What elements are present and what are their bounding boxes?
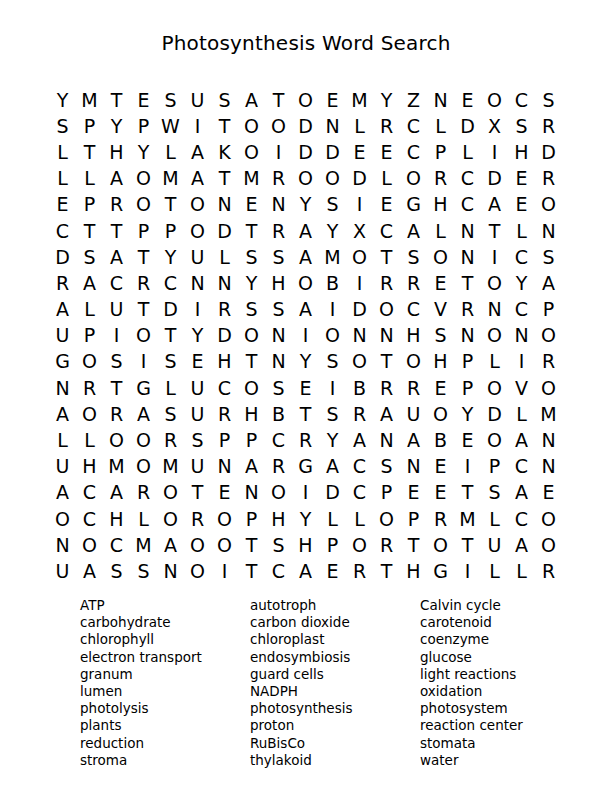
grid-cell-r13c3: R — [103, 401, 130, 427]
word-list-item: autotroph — [250, 597, 420, 614]
grid-cell-r1c12: M — [346, 87, 373, 113]
grid-cell-r13c16: Y — [454, 401, 481, 427]
grid-cell-r7c14: S — [400, 244, 427, 270]
grid-cell-r15c11: A — [319, 454, 346, 480]
grid-cell-r12c15: E — [427, 375, 454, 401]
grid-cell-r11c14: O — [400, 349, 427, 375]
grid-cell-r11c18: I — [508, 349, 535, 375]
grid-cell-r7c1: D — [49, 244, 76, 270]
grid-cell-r5c3: R — [103, 192, 130, 218]
grid-cell-r2c1: S — [49, 113, 76, 139]
grid-cell-r15c10: G — [292, 454, 319, 480]
grid-cell-r18c5: A — [157, 532, 184, 558]
grid-cell-r18c12: O — [346, 532, 373, 558]
grid-cell-r4c19: R — [535, 166, 562, 192]
grid-cell-r19c5: N — [157, 558, 184, 584]
grid-cell-r6c3: T — [103, 218, 130, 244]
grid-cell-r9c16: R — [454, 297, 481, 323]
grid-cell-r18c9: S — [265, 532, 292, 558]
grid-cell-r1c9: T — [265, 87, 292, 113]
grid-cell-r12c14: R — [400, 375, 427, 401]
grid-cell-r3c5: L — [157, 139, 184, 165]
grid-cell-r8c18: Y — [508, 270, 535, 296]
grid-cell-r12c9: S — [265, 375, 292, 401]
grid-cell-r15c4: O — [130, 454, 157, 480]
grid-cell-r3c8: O — [238, 139, 265, 165]
grid-cell-r14c19: N — [535, 427, 562, 453]
word-list-item: photosynthesis — [250, 700, 420, 717]
grid-cell-r19c2: A — [76, 558, 103, 584]
grid-cell-r8c11: B — [319, 270, 346, 296]
grid-cell-r7c16: N — [454, 244, 481, 270]
grid-cell-r8c5: C — [157, 270, 184, 296]
grid-cell-r19c9: C — [265, 558, 292, 584]
grid-cell-r17c16: M — [454, 506, 481, 532]
grid-cell-r5c4: O — [130, 192, 157, 218]
grid-cell-r3c9: I — [265, 139, 292, 165]
grid-cell-r3c17: I — [481, 139, 508, 165]
grid-cell-r12c7: C — [211, 375, 238, 401]
page-title: Photosynthesis Word Search — [0, 31, 612, 55]
grid-cell-r17c11: L — [319, 506, 346, 532]
grid-cell-r10c14: H — [400, 323, 427, 349]
grid-cell-r7c10: A — [292, 244, 319, 270]
grid-cell-r9c6: I — [184, 297, 211, 323]
grid-cell-r14c2: L — [76, 427, 103, 453]
grid-cell-r3c15: P — [427, 139, 454, 165]
grid-cell-r2c14: C — [400, 113, 427, 139]
grid-cell-r7c7: L — [211, 244, 238, 270]
grid-cell-r19c17: L — [481, 558, 508, 584]
grid-cell-r4c9: R — [265, 166, 292, 192]
grid-cell-r9c8: S — [238, 297, 265, 323]
grid-cell-r12c13: R — [373, 375, 400, 401]
grid-cell-r8c3: C — [103, 270, 130, 296]
grid-cell-r16c1: A — [49, 480, 76, 506]
grid-cell-r10c4: O — [130, 323, 157, 349]
grid-cell-r5c8: E — [238, 192, 265, 218]
grid-cell-r11c3: S — [103, 349, 130, 375]
word-list-item: thylakoid — [250, 752, 420, 769]
grid-cell-r15c12: C — [346, 454, 373, 480]
grid-cell-r3c12: E — [346, 139, 373, 165]
grid-cell-r9c19: P — [535, 297, 562, 323]
grid-cell-r8c14: R — [400, 270, 427, 296]
grid-cell-r18c14: T — [400, 532, 427, 558]
grid-cell-r2c12: L — [346, 113, 373, 139]
word-list-item: carbohydrate — [80, 614, 250, 631]
grid-cell-r15c5: M — [157, 454, 184, 480]
word-list-item: oxidation — [420, 683, 590, 700]
grid-cell-r17c13: O — [373, 506, 400, 532]
grid-cell-r18c1: N — [49, 532, 76, 558]
grid-cell-r19c18: L — [508, 558, 535, 584]
grid-cell-r1c15: N — [427, 87, 454, 113]
grid-cell-r16c18: A — [508, 480, 535, 506]
grid-cell-r19c19: R — [535, 558, 562, 584]
grid-cell-r19c16: I — [454, 558, 481, 584]
grid-cell-r17c6: R — [184, 506, 211, 532]
grid-cell-r18c16: T — [454, 532, 481, 558]
grid-cell-r13c2: O — [76, 401, 103, 427]
grid-cell-r17c18: C — [508, 506, 535, 532]
grid-cell-r13c13: A — [373, 401, 400, 427]
grid-cell-r2c4: P — [130, 113, 157, 139]
grid-cell-r19c12: R — [346, 558, 373, 584]
word-search-grid: YMTESUSATOEMYZNEOCSSPYPWITOODNLRCLDXSRLT… — [49, 87, 562, 585]
grid-cell-r12c2: R — [76, 375, 103, 401]
grid-cell-r6c9: R — [265, 218, 292, 244]
grid-cell-r19c14: H — [400, 558, 427, 584]
grid-cell-r6c12: X — [346, 218, 373, 244]
grid-cell-r6c15: L — [427, 218, 454, 244]
grid-cell-r15c17: P — [481, 454, 508, 480]
grid-cell-r17c3: H — [103, 506, 130, 532]
grid-cell-r4c8: M — [238, 166, 265, 192]
grid-cell-r12c17: O — [481, 375, 508, 401]
grid-cell-r2c6: I — [184, 113, 211, 139]
grid-cell-r15c2: H — [76, 454, 103, 480]
grid-cell-r2c2: P — [76, 113, 103, 139]
grid-cell-r7c12: O — [346, 244, 373, 270]
grid-cell-r11c1: G — [49, 349, 76, 375]
grid-cell-r15c19: N — [535, 454, 562, 480]
grid-cell-r1c17: O — [481, 87, 508, 113]
grid-cell-r9c10: A — [292, 297, 319, 323]
grid-cell-r19c6: O — [184, 558, 211, 584]
grid-cell-r12c4: G — [130, 375, 157, 401]
grid-cell-r17c9: H — [265, 506, 292, 532]
grid-cell-r4c3: A — [103, 166, 130, 192]
grid-cell-r13c9: B — [265, 401, 292, 427]
grid-cell-r5c6: O — [184, 192, 211, 218]
grid-cell-r7c2: S — [76, 244, 103, 270]
grid-cell-r9c14: C — [400, 297, 427, 323]
grid-cell-r9c13: O — [373, 297, 400, 323]
grid-cell-r6c16: N — [454, 218, 481, 244]
grid-cell-r7c18: C — [508, 244, 535, 270]
grid-cell-r3c10: D — [292, 139, 319, 165]
grid-cell-r18c10: H — [292, 532, 319, 558]
word-list-item: reduction — [80, 735, 250, 752]
grid-cell-r14c4: O — [130, 427, 157, 453]
grid-cell-r6c8: T — [238, 218, 265, 244]
grid-cell-r10c8: O — [238, 323, 265, 349]
grid-cell-r18c2: O — [76, 532, 103, 558]
grid-cell-r6c2: T — [76, 218, 103, 244]
grid-cell-r1c4: E — [130, 87, 157, 113]
grid-cell-r18c8: T — [238, 532, 265, 558]
grid-cell-r4c2: L — [76, 166, 103, 192]
grid-cell-r2c19: R — [535, 113, 562, 139]
grid-cell-r15c9: R — [265, 454, 292, 480]
word-list-item: electron transport — [80, 649, 250, 666]
grid-cell-r6c7: D — [211, 218, 238, 244]
grid-cell-r15c1: U — [49, 454, 76, 480]
grid-cell-r16c14: E — [400, 480, 427, 506]
word-list-item: granum — [80, 666, 250, 683]
grid-cell-r9c12: D — [346, 297, 373, 323]
grid-cell-r19c13: T — [373, 558, 400, 584]
grid-cell-r2c18: S — [508, 113, 535, 139]
grid-cell-r5c19: O — [535, 192, 562, 218]
grid-cell-r13c5: S — [157, 401, 184, 427]
word-list-item: plants — [80, 717, 250, 734]
grid-cell-r17c2: C — [76, 506, 103, 532]
grid-cell-r1c8: A — [238, 87, 265, 113]
grid-cell-r15c13: S — [373, 454, 400, 480]
grid-cell-r8c9: H — [265, 270, 292, 296]
grid-cell-r14c12: A — [346, 427, 373, 453]
grid-cell-r15c18: C — [508, 454, 535, 480]
grid-cell-r13c19: M — [535, 401, 562, 427]
grid-cell-r5c9: N — [265, 192, 292, 218]
word-list-item: stroma — [80, 752, 250, 769]
grid-cell-r19c15: G — [427, 558, 454, 584]
grid-cell-r11c2: O — [76, 349, 103, 375]
grid-cell-r13c15: O — [427, 401, 454, 427]
grid-cell-r6c5: P — [157, 218, 184, 244]
grid-cell-r1c19: S — [535, 87, 562, 113]
grid-cell-r6c14: A — [400, 218, 427, 244]
grid-cell-r16c5: O — [157, 480, 184, 506]
grid-cell-r9c4: T — [130, 297, 157, 323]
grid-cell-r15c3: M — [103, 454, 130, 480]
grid-cell-r5c10: Y — [292, 192, 319, 218]
grid-cell-r4c15: R — [427, 166, 454, 192]
grid-cell-r17c10: Y — [292, 506, 319, 532]
grid-cell-r4c1: L — [49, 166, 76, 192]
grid-cell-r16c11: D — [319, 480, 346, 506]
grid-cell-r4c16: C — [454, 166, 481, 192]
grid-cell-r18c4: M — [130, 532, 157, 558]
grid-cell-r8c16: T — [454, 270, 481, 296]
grid-cell-r12c3: T — [103, 375, 130, 401]
grid-cell-r8c15: E — [427, 270, 454, 296]
grid-cell-r17c4: L — [130, 506, 157, 532]
grid-cell-r8c19: A — [535, 270, 562, 296]
grid-cell-r10c17: O — [481, 323, 508, 349]
grid-cell-r4c14: O — [400, 166, 427, 192]
grid-cell-r16c7: E — [211, 480, 238, 506]
grid-cell-r16c6: T — [184, 480, 211, 506]
grid-cell-r18c3: C — [103, 532, 130, 558]
grid-cell-r16c12: C — [346, 480, 373, 506]
grid-cell-r19c7: I — [211, 558, 238, 584]
grid-cell-r4c7: T — [211, 166, 238, 192]
grid-cell-r11c9: N — [265, 349, 292, 375]
grid-cell-r9c9: S — [265, 297, 292, 323]
grid-cell-r1c2: M — [76, 87, 103, 113]
grid-cell-r8c17: O — [481, 270, 508, 296]
grid-cell-r18c19: O — [535, 532, 562, 558]
grid-cell-r10c1: U — [49, 323, 76, 349]
word-list-item: water — [420, 752, 590, 769]
grid-cell-r9c18: C — [508, 297, 535, 323]
grid-cell-r18c17: U — [481, 532, 508, 558]
grid-cell-r3c6: A — [184, 139, 211, 165]
word-list-item: endosymbiosis — [250, 649, 420, 666]
grid-cell-r1c5: S — [157, 87, 184, 113]
grid-cell-r14c13: N — [373, 427, 400, 453]
grid-cell-r13c8: H — [238, 401, 265, 427]
grid-cell-r10c18: N — [508, 323, 535, 349]
grid-cell-r10c16: N — [454, 323, 481, 349]
word-list-item: chloroplast — [250, 631, 420, 648]
grid-cell-r7c19: S — [535, 244, 562, 270]
grid-cell-r13c14: U — [400, 401, 427, 427]
grid-cell-r15c16: I — [454, 454, 481, 480]
grid-cell-r10c9: N — [265, 323, 292, 349]
grid-cell-r6c10: A — [292, 218, 319, 244]
grid-cell-r14c9: C — [265, 427, 292, 453]
grid-cell-r17c12: L — [346, 506, 373, 532]
grid-cell-r17c1: O — [49, 506, 76, 532]
grid-cell-r8c1: R — [49, 270, 76, 296]
grid-cell-r5c17: A — [481, 192, 508, 218]
grid-cell-r12c12: B — [346, 375, 373, 401]
grid-cell-r5c15: H — [427, 192, 454, 218]
grid-cell-r10c15: S — [427, 323, 454, 349]
grid-cell-r4c11: O — [319, 166, 346, 192]
grid-cell-r12c16: P — [454, 375, 481, 401]
grid-cell-r10c3: I — [103, 323, 130, 349]
grid-cell-r11c12: O — [346, 349, 373, 375]
grid-cell-r16c19: E — [535, 480, 562, 506]
grid-cell-r2c10: D — [292, 113, 319, 139]
grid-cell-r1c16: E — [454, 87, 481, 113]
grid-cell-r9c3: U — [103, 297, 130, 323]
grid-cell-r5c11: S — [319, 192, 346, 218]
grid-cell-r18c18: A — [508, 532, 535, 558]
grid-cell-r16c4: R — [130, 480, 157, 506]
grid-cell-r12c1: N — [49, 375, 76, 401]
grid-cell-r16c9: O — [265, 480, 292, 506]
grid-cell-r7c13: T — [373, 244, 400, 270]
word-list-item: Calvin cycle — [420, 597, 590, 614]
grid-cell-r9c11: I — [319, 297, 346, 323]
grid-cell-r19c10: A — [292, 558, 319, 584]
grid-cell-r6c13: C — [373, 218, 400, 244]
word-list-item: stomata — [420, 735, 590, 752]
grid-cell-r4c18: E — [508, 166, 535, 192]
grid-cell-r11c6: E — [184, 349, 211, 375]
grid-cell-r11c4: I — [130, 349, 157, 375]
grid-cell-r1c14: Z — [400, 87, 427, 113]
grid-cell-r15c7: N — [211, 454, 238, 480]
grid-cell-r17c19: O — [535, 506, 562, 532]
grid-cell-r13c7: R — [211, 401, 238, 427]
grid-cell-r10c12: N — [346, 323, 373, 349]
grid-cell-r14c8: P — [238, 427, 265, 453]
word-list: ATPcarbohydratechlorophyllelectron trans… — [80, 597, 590, 769]
grid-cell-r1c7: S — [211, 87, 238, 113]
grid-cell-r16c8: N — [238, 480, 265, 506]
grid-cell-r8c4: R — [130, 270, 157, 296]
grid-cell-r13c18: L — [508, 401, 535, 427]
word-list-item: NADPH — [250, 683, 420, 700]
grid-cell-r18c15: O — [427, 532, 454, 558]
grid-cell-r3c11: D — [319, 139, 346, 165]
word-list-item: photosystem — [420, 700, 590, 717]
grid-cell-r11c10: Y — [292, 349, 319, 375]
grid-cell-r14c5: R — [157, 427, 184, 453]
grid-cell-r5c16: C — [454, 192, 481, 218]
grid-cell-r8c7: N — [211, 270, 238, 296]
grid-cell-r1c13: Y — [373, 87, 400, 113]
grid-cell-r3c13: E — [373, 139, 400, 165]
grid-cell-r9c17: N — [481, 297, 508, 323]
grid-cell-r1c6: U — [184, 87, 211, 113]
grid-cell-r11c13: T — [373, 349, 400, 375]
grid-cell-r14c18: A — [508, 427, 535, 453]
word-list-item: ATP — [80, 597, 250, 614]
grid-cell-r10c13: N — [373, 323, 400, 349]
grid-cell-r13c1: A — [49, 401, 76, 427]
grid-cell-r8c8: Y — [238, 270, 265, 296]
grid-cell-r10c10: I — [292, 323, 319, 349]
word-list-item: reaction center — [420, 717, 590, 734]
grid-cell-r16c2: C — [76, 480, 103, 506]
grid-cell-r7c17: I — [481, 244, 508, 270]
grid-cell-r19c4: S — [130, 558, 157, 584]
grid-cell-r6c17: T — [481, 218, 508, 244]
grid-cell-r3c19: D — [535, 139, 562, 165]
grid-cell-r10c6: Y — [184, 323, 211, 349]
grid-cell-r5c7: N — [211, 192, 238, 218]
grid-cell-r4c12: D — [346, 166, 373, 192]
grid-cell-r13c6: U — [184, 401, 211, 427]
grid-cell-r17c14: P — [400, 506, 427, 532]
grid-cell-r14c15: B — [427, 427, 454, 453]
grid-cell-r12c18: V — [508, 375, 535, 401]
grid-cell-r6c4: P — [130, 218, 157, 244]
grid-cell-r2c5: W — [157, 113, 184, 139]
grid-cell-r6c18: L — [508, 218, 535, 244]
word-list-item: carotenoid — [420, 614, 590, 631]
grid-cell-r5c14: G — [400, 192, 427, 218]
grid-cell-r19c3: S — [103, 558, 130, 584]
grid-cell-r7c11: M — [319, 244, 346, 270]
grid-cell-r9c5: D — [157, 297, 184, 323]
grid-cell-r8c6: N — [184, 270, 211, 296]
grid-cell-r13c10: T — [292, 401, 319, 427]
grid-cell-r10c11: O — [319, 323, 346, 349]
grid-cell-r7c4: T — [130, 244, 157, 270]
grid-cell-r2c7: T — [211, 113, 238, 139]
grid-cell-r17c8: P — [238, 506, 265, 532]
grid-cell-r2c16: D — [454, 113, 481, 139]
grid-cell-r5c12: I — [346, 192, 373, 218]
grid-cell-r11c5: S — [157, 349, 184, 375]
grid-cell-r10c19: O — [535, 323, 562, 349]
grid-cell-r4c5: M — [157, 166, 184, 192]
word-list-item: carbon dioxide — [250, 614, 420, 631]
word-list-item: lumen — [80, 683, 250, 700]
grid-cell-r15c15: E — [427, 454, 454, 480]
grid-cell-r19c1: U — [49, 558, 76, 584]
grid-cell-r9c15: V — [427, 297, 454, 323]
grid-cell-r15c6: U — [184, 454, 211, 480]
grid-cell-r6c6: O — [184, 218, 211, 244]
grid-cell-r12c19: O — [535, 375, 562, 401]
grid-cell-r2c8: O — [238, 113, 265, 139]
grid-cell-r5c18: E — [508, 192, 535, 218]
grid-cell-r18c7: O — [211, 532, 238, 558]
grid-cell-r11c19: R — [535, 349, 562, 375]
grid-cell-r3c4: Y — [130, 139, 157, 165]
grid-cell-r2c17: X — [481, 113, 508, 139]
